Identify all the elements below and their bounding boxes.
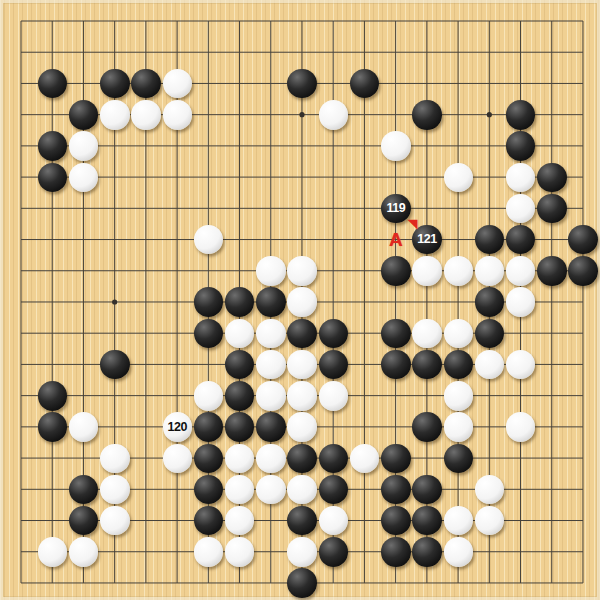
white-stone[interactable] — [100, 100, 130, 130]
white-stone[interactable] — [444, 412, 474, 442]
black-stone[interactable] — [38, 381, 68, 411]
white-stone[interactable] — [412, 256, 442, 286]
black-stone[interactable] — [225, 412, 255, 442]
board-point[interactable] — [37, 255, 68, 286]
board-point[interactable] — [380, 505, 411, 536]
board-point[interactable] — [411, 99, 442, 130]
board-point[interactable] — [68, 68, 99, 99]
board-point[interactable] — [318, 474, 349, 505]
board-point[interactable] — [255, 536, 286, 567]
white-stone[interactable] — [444, 256, 474, 286]
black-stone[interactable] — [412, 350, 442, 380]
white-stone[interactable] — [287, 256, 317, 286]
board-point[interactable] — [130, 6, 161, 37]
board-point[interactable] — [474, 255, 505, 286]
board-point[interactable] — [68, 443, 99, 474]
board-point[interactable] — [349, 474, 380, 505]
board-point[interactable] — [349, 224, 380, 255]
board-point[interactable] — [162, 6, 193, 37]
board-point[interactable] — [37, 474, 68, 505]
board-point[interactable] — [162, 349, 193, 380]
board-point[interactable] — [536, 130, 567, 161]
board-point[interactable] — [474, 193, 505, 224]
white-stone[interactable] — [444, 381, 474, 411]
white-stone[interactable] — [412, 319, 442, 349]
black-stone[interactable] — [287, 568, 317, 598]
board-point[interactable] — [99, 380, 130, 411]
board-point[interactable] — [380, 474, 411, 505]
board-point[interactable] — [255, 349, 286, 380]
board-point[interactable] — [380, 349, 411, 380]
board-grid[interactable]: 119A121◥120 — [6, 6, 599, 599]
board-point[interactable] — [6, 318, 37, 349]
board-point[interactable] — [287, 568, 318, 599]
board-point[interactable] — [443, 130, 474, 161]
board-point[interactable] — [255, 99, 286, 130]
black-stone[interactable] — [381, 350, 411, 380]
board-point[interactable] — [193, 318, 224, 349]
white-stone[interactable] — [256, 475, 286, 505]
board-point[interactable] — [443, 99, 474, 130]
black-stone[interactable] — [319, 537, 349, 567]
white-stone[interactable]: 120 — [163, 412, 193, 442]
white-stone[interactable] — [100, 444, 130, 474]
black-stone[interactable] — [38, 131, 68, 161]
board-point[interactable] — [536, 68, 567, 99]
board-point[interactable] — [68, 6, 99, 37]
black-stone[interactable] — [412, 412, 442, 442]
board-point[interactable] — [193, 99, 224, 130]
white-stone[interactable] — [163, 69, 193, 99]
board-point[interactable] — [130, 411, 161, 442]
board-point[interactable] — [255, 255, 286, 286]
board-point[interactable] — [162, 255, 193, 286]
board-point[interactable] — [568, 130, 599, 161]
board-point[interactable] — [568, 568, 599, 599]
board-point[interactable] — [536, 443, 567, 474]
board-point[interactable] — [162, 443, 193, 474]
board-point[interactable] — [380, 536, 411, 567]
board-point[interactable] — [162, 224, 193, 255]
board-point[interactable] — [193, 474, 224, 505]
board-point[interactable] — [287, 474, 318, 505]
white-stone[interactable] — [444, 163, 474, 193]
board-point[interactable] — [99, 568, 130, 599]
black-stone[interactable] — [475, 225, 505, 255]
board-point[interactable] — [568, 224, 599, 255]
black-stone[interactable] — [256, 412, 286, 442]
white-stone[interactable] — [194, 225, 224, 255]
board-point[interactable] — [505, 255, 536, 286]
board-point[interactable] — [162, 474, 193, 505]
board-point[interactable] — [193, 193, 224, 224]
board-point[interactable] — [99, 505, 130, 536]
board-point[interactable] — [37, 193, 68, 224]
board-point[interactable] — [193, 411, 224, 442]
board-point[interactable] — [224, 536, 255, 567]
board-point[interactable] — [162, 380, 193, 411]
board-point[interactable] — [568, 99, 599, 130]
white-stone[interactable] — [444, 319, 474, 349]
board-point[interactable] — [193, 568, 224, 599]
board-point[interactable] — [318, 255, 349, 286]
board-point[interactable] — [349, 411, 380, 442]
board-point[interactable] — [68, 162, 99, 193]
board-point[interactable] — [318, 68, 349, 99]
board-point[interactable] — [6, 443, 37, 474]
board-point[interactable] — [287, 255, 318, 286]
board-point[interactable] — [68, 380, 99, 411]
board-point[interactable] — [505, 568, 536, 599]
board-point[interactable] — [37, 536, 68, 567]
board-point[interactable] — [130, 568, 161, 599]
black-stone[interactable] — [412, 475, 442, 505]
board-point[interactable] — [224, 349, 255, 380]
board-point[interactable] — [287, 99, 318, 130]
board-point[interactable] — [68, 536, 99, 567]
board-point[interactable] — [536, 193, 567, 224]
board-point[interactable] — [349, 6, 380, 37]
board-point[interactable] — [380, 6, 411, 37]
black-stone[interactable] — [444, 350, 474, 380]
board-point[interactable] — [568, 318, 599, 349]
black-stone[interactable] — [412, 506, 442, 536]
board-point[interactable] — [37, 411, 68, 442]
white-stone[interactable] — [506, 287, 536, 317]
black-stone[interactable] — [537, 256, 567, 286]
black-stone[interactable] — [568, 225, 598, 255]
board-point[interactable] — [130, 193, 161, 224]
board-point[interactable] — [162, 318, 193, 349]
board-point[interactable] — [6, 37, 37, 68]
board-point[interactable] — [37, 287, 68, 318]
board-point[interactable] — [6, 474, 37, 505]
board-point[interactable] — [6, 68, 37, 99]
white-stone[interactable] — [256, 444, 286, 474]
board-point[interactable] — [411, 568, 442, 599]
board-point[interactable] — [287, 505, 318, 536]
board-point[interactable] — [130, 68, 161, 99]
white-stone[interactable] — [475, 256, 505, 286]
board-point[interactable] — [287, 287, 318, 318]
black-stone[interactable] — [506, 225, 536, 255]
board-point[interactable] — [380, 162, 411, 193]
white-stone[interactable] — [163, 100, 193, 130]
board-point[interactable] — [380, 255, 411, 286]
board-point[interactable] — [536, 287, 567, 318]
black-stone[interactable] — [194, 319, 224, 349]
board-point[interactable] — [474, 318, 505, 349]
board-point[interactable] — [318, 443, 349, 474]
black-stone[interactable]: 119 — [381, 194, 411, 224]
board-point[interactable] — [349, 162, 380, 193]
board-point[interactable] — [68, 130, 99, 161]
white-stone[interactable] — [69, 163, 99, 193]
board-point[interactable] — [474, 568, 505, 599]
black-stone[interactable] — [131, 69, 161, 99]
board-point[interactable] — [99, 130, 130, 161]
board-point[interactable] — [224, 411, 255, 442]
white-stone[interactable] — [256, 350, 286, 380]
board-point[interactable] — [6, 255, 37, 286]
board-point[interactable] — [474, 287, 505, 318]
board-point[interactable] — [474, 443, 505, 474]
black-stone[interactable] — [287, 506, 317, 536]
board-point[interactable] — [193, 130, 224, 161]
board-point[interactable] — [162, 568, 193, 599]
board-point[interactable] — [37, 349, 68, 380]
board-point[interactable] — [568, 474, 599, 505]
board-point[interactable] — [474, 162, 505, 193]
board-point[interactable] — [505, 37, 536, 68]
board-point[interactable] — [411, 68, 442, 99]
black-stone[interactable] — [194, 412, 224, 442]
board-point[interactable] — [6, 162, 37, 193]
white-stone[interactable] — [256, 319, 286, 349]
board-point[interactable] — [37, 130, 68, 161]
white-stone[interactable] — [287, 475, 317, 505]
board-point[interactable] — [255, 411, 286, 442]
black-stone[interactable] — [194, 475, 224, 505]
board-point[interactable] — [68, 99, 99, 130]
board-point[interactable] — [162, 37, 193, 68]
board-point[interactable] — [349, 255, 380, 286]
board-point[interactable] — [505, 318, 536, 349]
board-point[interactable] — [505, 349, 536, 380]
black-stone[interactable] — [225, 350, 255, 380]
white-stone[interactable] — [225, 319, 255, 349]
board-point[interactable] — [255, 193, 286, 224]
black-stone[interactable] — [506, 100, 536, 130]
board-point[interactable] — [411, 411, 442, 442]
board-point[interactable] — [505, 162, 536, 193]
board-point[interactable] — [349, 68, 380, 99]
board-point[interactable] — [474, 380, 505, 411]
board-point[interactable] — [505, 411, 536, 442]
board-point[interactable] — [380, 37, 411, 68]
board-point[interactable] — [568, 505, 599, 536]
board-point[interactable] — [318, 505, 349, 536]
board-point[interactable] — [37, 37, 68, 68]
board-point[interactable] — [68, 287, 99, 318]
board-point[interactable] — [411, 6, 442, 37]
board-point[interactable] — [568, 349, 599, 380]
black-stone[interactable] — [287, 444, 317, 474]
black-stone[interactable] — [319, 319, 349, 349]
black-stone[interactable] — [287, 319, 317, 349]
board-point[interactable] — [318, 536, 349, 567]
board-point[interactable] — [443, 37, 474, 68]
board-point[interactable] — [287, 6, 318, 37]
board-point[interactable] — [474, 536, 505, 567]
white-stone[interactable] — [319, 381, 349, 411]
black-stone[interactable] — [287, 69, 317, 99]
board-point[interactable] — [443, 474, 474, 505]
board-point[interactable] — [6, 287, 37, 318]
board-point[interactable] — [380, 130, 411, 161]
board-point[interactable] — [193, 443, 224, 474]
board-point[interactable] — [568, 193, 599, 224]
go-board[interactable]: 119A121◥120 — [0, 0, 600, 600]
white-stone[interactable] — [256, 256, 286, 286]
board-point[interactable] — [287, 443, 318, 474]
board-point[interactable] — [411, 536, 442, 567]
board-point[interactable] — [411, 318, 442, 349]
board-point[interactable] — [224, 443, 255, 474]
board-point[interactable] — [37, 6, 68, 37]
board-point[interactable] — [349, 443, 380, 474]
board-point[interactable] — [411, 130, 442, 161]
black-stone[interactable] — [412, 537, 442, 567]
board-point[interactable] — [349, 568, 380, 599]
board-point[interactable] — [536, 568, 567, 599]
board-point[interactable] — [536, 37, 567, 68]
board-point[interactable] — [37, 162, 68, 193]
board-point[interactable] — [349, 287, 380, 318]
board-point[interactable] — [380, 411, 411, 442]
black-stone[interactable] — [537, 163, 567, 193]
board-point[interactable] — [568, 380, 599, 411]
board-point[interactable] — [318, 6, 349, 37]
board-point[interactable] — [505, 130, 536, 161]
black-stone[interactable] — [568, 256, 598, 286]
board-point[interactable] — [474, 474, 505, 505]
board-point[interactable] — [318, 130, 349, 161]
black-stone[interactable] — [350, 69, 380, 99]
white-stone[interactable] — [381, 131, 411, 161]
white-stone[interactable] — [287, 350, 317, 380]
board-point[interactable] — [224, 99, 255, 130]
board-point[interactable] — [536, 349, 567, 380]
board-point[interactable] — [193, 37, 224, 68]
board-point[interactable] — [68, 318, 99, 349]
board-point[interactable] — [318, 380, 349, 411]
board-point[interactable] — [224, 130, 255, 161]
board-point[interactable] — [474, 99, 505, 130]
white-stone[interactable] — [506, 256, 536, 286]
board-point[interactable] — [37, 568, 68, 599]
board-point[interactable] — [255, 474, 286, 505]
board-point[interactable] — [474, 130, 505, 161]
board-point[interactable] — [287, 318, 318, 349]
board-point[interactable] — [443, 224, 474, 255]
board-point[interactable] — [474, 411, 505, 442]
board-point[interactable] — [349, 536, 380, 567]
board-point[interactable] — [193, 255, 224, 286]
board-point[interactable] — [130, 474, 161, 505]
black-stone[interactable] — [38, 412, 68, 442]
board-point[interactable] — [224, 6, 255, 37]
board-point[interactable] — [68, 474, 99, 505]
board-point[interactable] — [505, 224, 536, 255]
board-point[interactable] — [255, 287, 286, 318]
board-point[interactable] — [443, 6, 474, 37]
board-point[interactable] — [255, 568, 286, 599]
board-point[interactable] — [505, 536, 536, 567]
white-stone[interactable] — [194, 537, 224, 567]
board-point[interactable] — [255, 505, 286, 536]
board-point[interactable] — [6, 568, 37, 599]
board-point[interactable] — [224, 193, 255, 224]
board-point[interactable] — [6, 411, 37, 442]
board-point[interactable] — [162, 130, 193, 161]
board-point[interactable] — [411, 162, 442, 193]
black-stone[interactable] — [100, 69, 130, 99]
black-stone[interactable] — [381, 444, 411, 474]
board-point[interactable] — [536, 162, 567, 193]
board-point[interactable] — [37, 443, 68, 474]
board-point[interactable] — [68, 224, 99, 255]
white-stone[interactable] — [475, 475, 505, 505]
white-stone[interactable] — [475, 350, 505, 380]
board-point[interactable] — [130, 380, 161, 411]
black-stone[interactable] — [475, 287, 505, 317]
black-stone[interactable] — [475, 319, 505, 349]
board-point[interactable] — [287, 380, 318, 411]
white-stone[interactable] — [444, 506, 474, 536]
board-point[interactable] — [568, 37, 599, 68]
board-point[interactable] — [162, 162, 193, 193]
board-point[interactable] — [130, 37, 161, 68]
white-stone[interactable] — [100, 475, 130, 505]
board-point[interactable] — [318, 193, 349, 224]
board-point[interactable] — [99, 411, 130, 442]
board-point[interactable] — [287, 536, 318, 567]
board-point[interactable] — [162, 287, 193, 318]
board-point[interactable] — [411, 37, 442, 68]
board-point[interactable] — [224, 37, 255, 68]
board-point[interactable] — [130, 255, 161, 286]
board-point[interactable] — [224, 318, 255, 349]
board-point[interactable] — [37, 68, 68, 99]
board-point[interactable]: 121◥ — [411, 224, 442, 255]
board-point[interactable] — [224, 255, 255, 286]
board-point[interactable] — [130, 162, 161, 193]
board-point[interactable] — [536, 505, 567, 536]
black-stone[interactable] — [194, 444, 224, 474]
board-point[interactable] — [99, 318, 130, 349]
board-point[interactable] — [130, 443, 161, 474]
board-point[interactable] — [99, 6, 130, 37]
board-point[interactable] — [6, 130, 37, 161]
board-point[interactable] — [474, 6, 505, 37]
black-stone[interactable] — [506, 131, 536, 161]
board-point[interactable] — [6, 6, 37, 37]
board-point[interactable] — [99, 443, 130, 474]
black-stone[interactable] — [537, 194, 567, 224]
white-stone[interactable] — [163, 444, 193, 474]
board-point[interactable] — [474, 224, 505, 255]
board-point[interactable] — [318, 318, 349, 349]
board-point[interactable] — [443, 193, 474, 224]
board-point[interactable] — [411, 443, 442, 474]
board-point[interactable] — [193, 6, 224, 37]
board-point[interactable] — [380, 380, 411, 411]
board-point[interactable] — [224, 287, 255, 318]
board-point[interactable] — [568, 68, 599, 99]
black-stone[interactable] — [38, 69, 68, 99]
board-point[interactable] — [505, 99, 536, 130]
board-point[interactable] — [193, 162, 224, 193]
board-point[interactable] — [474, 505, 505, 536]
board-point[interactable] — [37, 318, 68, 349]
black-stone[interactable] — [69, 475, 99, 505]
board-point[interactable] — [349, 37, 380, 68]
board-point[interactable] — [68, 193, 99, 224]
board-point[interactable] — [287, 411, 318, 442]
board-point[interactable] — [130, 130, 161, 161]
board-point[interactable] — [99, 162, 130, 193]
